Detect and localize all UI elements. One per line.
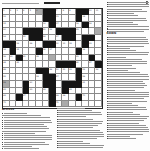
clue-line xyxy=(2,148,52,149)
grid-cell: 42 xyxy=(36,55,43,62)
clue-line xyxy=(107,28,150,29)
grid-cell: 39 xyxy=(3,55,10,62)
grid-cell: 33 xyxy=(89,41,96,48)
clue-text-bar xyxy=(108,61,147,62)
clue-number: 17 xyxy=(56,22,61,24)
clue-text-bar xyxy=(108,129,149,130)
clue-number: 11 xyxy=(96,9,101,11)
grid-cell-block xyxy=(16,55,23,62)
clue-number: 54 xyxy=(96,68,101,70)
clue-text-bar xyxy=(4,124,45,125)
clue-lines-across-tail xyxy=(107,2,150,32)
clue-number: 39 xyxy=(3,55,8,57)
clue-line xyxy=(57,143,105,144)
clue-number: 52 xyxy=(69,68,74,70)
clue-column-bottom-middle xyxy=(57,108,105,150)
grid-cell xyxy=(23,68,30,75)
clue-text-bar xyxy=(108,120,144,121)
clue-text-bar xyxy=(108,131,149,132)
clue-text-bar xyxy=(108,107,146,108)
clue-text-bar xyxy=(108,136,130,137)
clue-text-bar xyxy=(108,48,130,49)
clue-text-bar xyxy=(108,105,138,106)
clue-text-bar xyxy=(108,138,136,139)
clue-number: 18 xyxy=(76,22,81,24)
grid-cell: 12 xyxy=(3,15,10,22)
grid-cell-block xyxy=(62,28,69,35)
grid-cell xyxy=(49,35,56,42)
grid-cell-block xyxy=(76,9,83,16)
clue-number: 68 xyxy=(56,94,61,96)
clue-text-bar xyxy=(58,130,100,131)
grid-cell: 1 xyxy=(3,9,10,16)
clue-line xyxy=(107,54,150,55)
clue-number: 59 xyxy=(3,81,8,83)
grid-cell: 31 xyxy=(62,41,69,48)
clue-line xyxy=(57,141,105,142)
grid-cell xyxy=(89,68,96,75)
grid-cell xyxy=(95,81,102,88)
clue-text-bar xyxy=(108,39,148,40)
grid-cell-block xyxy=(82,22,89,29)
clue-text-bar xyxy=(108,59,142,60)
clue-line xyxy=(107,92,150,93)
grid-cell: 26 xyxy=(43,35,50,42)
clue-text-bar xyxy=(108,65,131,66)
grid-cell: 69 xyxy=(62,94,69,101)
clue-text-bar xyxy=(108,20,147,21)
clue-line xyxy=(107,2,150,3)
grid-cell: 22 xyxy=(49,28,56,35)
clue-line xyxy=(107,37,150,38)
clue-line xyxy=(57,112,105,113)
clue-line xyxy=(57,125,105,126)
clue-line xyxy=(107,123,150,124)
grid-cell: 3 xyxy=(16,9,23,16)
clue-text-bar xyxy=(108,43,149,44)
clue-text-bar xyxy=(108,29,149,30)
clue-number: 41 xyxy=(23,55,28,57)
grid-cell-block xyxy=(16,94,23,101)
clue-line xyxy=(2,139,52,140)
clue-line xyxy=(57,121,105,122)
clue-number: 51 xyxy=(63,68,68,70)
grid-cell-shaded xyxy=(49,55,56,62)
clue-text-bar xyxy=(107,87,144,88)
grid-cell xyxy=(89,15,96,22)
grid-cell-shaded xyxy=(95,28,102,35)
grid-cell-block xyxy=(69,81,76,88)
clue-line xyxy=(57,134,105,135)
grid-cell-block xyxy=(62,81,69,88)
clue-text-bar xyxy=(108,90,134,91)
clue-line xyxy=(107,43,150,44)
grid-cell xyxy=(95,41,102,48)
grid-cell-block xyxy=(43,81,50,88)
clue-number: 47 xyxy=(89,61,94,63)
clue-line xyxy=(107,90,150,91)
grid-cell-block xyxy=(89,35,96,42)
clue-line xyxy=(107,39,150,40)
clue-text-bar xyxy=(58,127,92,128)
grid-cell: 2 xyxy=(10,9,17,16)
clue-text-bar xyxy=(108,52,149,53)
clue-number: 49 xyxy=(49,68,54,70)
clue-text-bar xyxy=(108,2,149,3)
grid-cell: 4 xyxy=(23,9,30,16)
across-header: ACROSS xyxy=(2,109,52,112)
clue-text-bar xyxy=(58,114,101,115)
grid-cell-block xyxy=(43,41,50,48)
grid-cell: 61 xyxy=(82,81,89,88)
clue-line xyxy=(2,142,52,143)
grid-cell: 46 xyxy=(76,61,83,68)
clue-line xyxy=(2,120,52,121)
clue-text-bar xyxy=(108,68,135,69)
clue-line xyxy=(57,110,105,111)
clue-text-bar xyxy=(108,4,149,5)
grid-cell-block xyxy=(95,61,102,68)
clue-line xyxy=(107,136,150,137)
grid-cell xyxy=(95,74,102,81)
grid-cell xyxy=(69,22,76,29)
grid-cell: 47 xyxy=(89,61,96,68)
grid-cell xyxy=(56,88,63,95)
clue-text-bar xyxy=(4,137,52,138)
clue-number: 40 xyxy=(10,55,15,57)
clue-line xyxy=(107,70,150,71)
grid-cell xyxy=(10,35,17,42)
clue-text-bar xyxy=(2,115,41,116)
grid-cell xyxy=(36,94,43,101)
clue-line xyxy=(57,116,105,117)
clue-line xyxy=(57,145,105,146)
grid-cell xyxy=(23,61,30,68)
grid-cell: 54 xyxy=(95,68,102,75)
grid-cell: 63 xyxy=(29,88,36,95)
clue-text-bar xyxy=(58,145,104,146)
grid-cell xyxy=(62,15,69,22)
clue-number: 48 xyxy=(3,68,8,70)
clue-line xyxy=(2,133,52,134)
clue-line xyxy=(107,59,150,60)
clue-text-bar xyxy=(2,131,46,132)
clue-line xyxy=(107,101,150,102)
grid-cell: 41 xyxy=(23,55,30,62)
grid-cell: 58 xyxy=(82,74,89,81)
grid-cell-block xyxy=(82,35,89,42)
clue-number: 9 xyxy=(69,9,74,11)
grid-cell xyxy=(43,101,50,108)
clue-number: 8 xyxy=(63,9,68,11)
clue-number: 4 xyxy=(23,9,28,11)
clue-number: 42 xyxy=(36,55,41,57)
clue-text-bar xyxy=(108,6,149,7)
clue-number: 25 xyxy=(23,35,28,37)
grid-cell: 72 xyxy=(56,101,63,108)
clue-text-bar xyxy=(108,114,139,115)
clue-text-bar xyxy=(4,113,27,114)
clue-text-bar xyxy=(58,110,91,111)
clue-line xyxy=(107,11,150,12)
clue-line xyxy=(107,127,150,128)
clue-text-bar xyxy=(57,108,86,109)
clue-text-bar xyxy=(107,57,126,58)
clue-number: 37 xyxy=(49,48,54,50)
clue-line xyxy=(107,129,150,130)
clue-number: 22 xyxy=(49,28,54,30)
clue-number: 50 xyxy=(56,68,61,70)
grid-cell xyxy=(95,22,102,29)
clue-line xyxy=(107,134,150,135)
grid-cell xyxy=(82,55,89,62)
grid-cell-block xyxy=(69,35,76,42)
grid-cell xyxy=(10,28,17,35)
grid-cell: 68 xyxy=(56,94,63,101)
grid-cell xyxy=(95,35,102,42)
clue-number: 36 xyxy=(43,48,48,50)
clue-line xyxy=(107,79,150,80)
grid-cell xyxy=(36,22,43,29)
grid-cell xyxy=(23,48,30,55)
grid-cell: 20 xyxy=(3,28,10,35)
grid-cell: 13 xyxy=(56,15,63,22)
clue-number: 64 xyxy=(43,88,48,90)
clue-line xyxy=(107,83,150,84)
clue-text-bar xyxy=(108,22,133,23)
grid-cell: 60 xyxy=(29,81,36,88)
grid-cell xyxy=(95,101,102,108)
clue-text-bar xyxy=(4,135,52,136)
grid-cell xyxy=(23,74,30,81)
clue-number: 7 xyxy=(56,9,61,11)
clue-line xyxy=(107,50,150,51)
grid-cell-block xyxy=(49,88,56,95)
clue-line xyxy=(107,112,150,113)
grid-cell xyxy=(82,61,89,68)
clue-text-bar xyxy=(108,85,146,86)
clue-number: 2 xyxy=(10,9,15,11)
clue-text-bar xyxy=(4,142,46,143)
clue-lines-across xyxy=(2,113,52,149)
clue-number: 58 xyxy=(82,75,87,77)
grid-cell-block xyxy=(49,22,56,29)
grid-cell-block xyxy=(49,101,56,108)
grid-cell: 43 xyxy=(76,55,83,62)
grid-cell xyxy=(16,28,23,35)
clue-text-bar xyxy=(108,101,146,102)
grid-cell xyxy=(82,28,89,35)
clue-line xyxy=(107,24,150,25)
clue-number: 38 xyxy=(82,48,87,50)
grid-cell xyxy=(23,41,30,48)
grid-cell xyxy=(29,68,36,75)
clue-line xyxy=(107,17,150,18)
grid-cell xyxy=(10,22,17,29)
clue-line xyxy=(107,41,150,42)
clue-number: 69 xyxy=(63,94,68,96)
grid-cell-block xyxy=(43,74,50,81)
grid-cell-block xyxy=(82,9,89,16)
grid-cell xyxy=(36,61,43,68)
grid-cell-block xyxy=(29,35,36,42)
clue-number: 62 xyxy=(3,88,8,90)
clue-text-bar xyxy=(4,139,52,140)
grid-cell: 9 xyxy=(69,9,76,16)
grid-cell xyxy=(16,81,23,88)
clue-number: 15 xyxy=(3,22,8,24)
grid-cell xyxy=(89,48,96,55)
grid-cell-block xyxy=(36,68,43,75)
clue-text-bar xyxy=(4,144,49,145)
clue-lines-across-2 xyxy=(57,108,105,149)
grid-cell: 24 xyxy=(3,35,10,42)
grid-cell-block xyxy=(36,48,43,55)
grid-cell-block xyxy=(49,74,56,81)
grid-cell: 51 xyxy=(62,68,69,75)
clue-number: 65 xyxy=(69,88,74,90)
grid-cell: 36 xyxy=(43,48,50,55)
clue-number: 10 xyxy=(89,9,94,11)
grid-cell: 52 xyxy=(69,68,76,75)
grid-cell xyxy=(10,74,17,81)
clue-line xyxy=(57,130,105,131)
clue-line xyxy=(57,119,105,120)
clue-line xyxy=(2,126,52,127)
clue-line xyxy=(107,103,150,104)
clue-line xyxy=(107,72,150,73)
clue-text-bar xyxy=(108,112,133,113)
grid-cell xyxy=(16,15,23,22)
grid-cell-block xyxy=(76,74,83,81)
grid-cell: 17 xyxy=(56,22,63,29)
clue-line xyxy=(57,123,105,124)
grid-cell-block xyxy=(3,41,10,48)
clue-text-bar xyxy=(4,126,47,127)
grid-cell: 64 xyxy=(43,88,50,95)
grid-cell: 25 xyxy=(23,35,30,42)
grid-cell xyxy=(16,88,23,95)
clue-text-bar xyxy=(58,116,86,117)
grid-cell-block xyxy=(49,94,56,101)
grid-cell-block xyxy=(36,35,43,42)
clue-line xyxy=(107,131,150,132)
grid-cell xyxy=(95,55,102,62)
clue-line xyxy=(107,4,150,5)
clue-text-bar xyxy=(108,76,148,77)
grid-cell-block xyxy=(49,15,56,22)
clue-line xyxy=(57,127,105,128)
grid-cell-block xyxy=(76,48,83,55)
grid-cell xyxy=(16,35,23,42)
clue-number: 13 xyxy=(56,15,61,17)
grid-cell xyxy=(69,15,76,22)
clue-number: 72 xyxy=(56,101,61,103)
clue-line xyxy=(2,115,52,116)
grid-cell: 35 xyxy=(16,48,23,55)
grid-cell: 67 xyxy=(23,94,30,101)
grid-cell xyxy=(89,74,96,81)
grid-cell-block xyxy=(49,41,56,48)
grid-cell-block xyxy=(62,88,69,95)
clue-number: 29 xyxy=(30,42,35,44)
grid-cell xyxy=(62,48,69,55)
clue-number: 19 xyxy=(89,22,94,24)
clue-line xyxy=(57,138,105,139)
clue-number: 35 xyxy=(16,48,21,50)
grid-cell: 50 xyxy=(56,68,63,75)
grid-cell: 48 xyxy=(3,68,10,75)
grid-cell: 66 xyxy=(3,94,10,101)
grid-cell: 40 xyxy=(10,55,17,62)
grid-cell xyxy=(29,15,36,22)
grid-cell: 65 xyxy=(69,88,76,95)
clue-text-bar xyxy=(108,123,139,124)
down-header: DOWN xyxy=(107,33,150,36)
grid-cell: 28 xyxy=(16,41,23,48)
clue-text-bar xyxy=(58,141,83,142)
clue-column-bottom-left: ACROSS xyxy=(2,109,52,151)
clue-text-bar xyxy=(108,83,145,84)
clue-line xyxy=(107,63,150,64)
grid-cell: 16 xyxy=(43,22,50,29)
clue-line xyxy=(107,98,150,99)
clue-line xyxy=(2,113,52,114)
clue-number: 21 xyxy=(43,28,48,30)
grid-cell xyxy=(29,94,36,101)
grid-cell xyxy=(10,94,17,101)
clue-line xyxy=(107,48,150,49)
clue-line xyxy=(107,125,150,126)
clue-number: 70 xyxy=(82,94,87,96)
clue-text-bar xyxy=(58,143,89,144)
grid-cell xyxy=(89,88,96,95)
clue-text-bar xyxy=(108,13,134,14)
clue-text-bar xyxy=(108,96,149,97)
clue-line xyxy=(2,122,52,123)
grid-cell-block xyxy=(56,28,63,35)
clue-line xyxy=(2,146,52,147)
grid-cell: 30 xyxy=(56,41,63,48)
grid-cell: 45 xyxy=(16,61,23,68)
clue-text-bar xyxy=(58,121,103,122)
clue-text-bar xyxy=(108,18,146,19)
grid-cell-shaded: 6 xyxy=(36,9,43,16)
grid-cell xyxy=(95,94,102,101)
grid-cell-shaded: 59 xyxy=(3,81,10,88)
clue-line xyxy=(107,65,150,66)
clue-line xyxy=(107,61,150,62)
grid-cell-block xyxy=(82,41,89,48)
grid-cell xyxy=(10,68,17,75)
clue-line xyxy=(107,109,150,110)
clue-number: 5 xyxy=(30,9,35,11)
grid-cell xyxy=(10,61,17,68)
clue-line xyxy=(107,107,150,108)
grid-cell: 14 xyxy=(82,15,89,22)
clue-line xyxy=(107,6,150,7)
grid-cell: 49 xyxy=(49,68,56,75)
clue-text-bar xyxy=(108,94,149,95)
grid-cell-block xyxy=(23,88,30,95)
clue-line xyxy=(57,147,105,148)
grid-cell xyxy=(89,94,96,101)
grid-cell-block xyxy=(36,28,43,35)
grid-cell xyxy=(82,88,89,95)
title-text-bold xyxy=(44,2,60,4)
grid-cell xyxy=(23,22,30,29)
clue-number: 46 xyxy=(76,61,81,63)
